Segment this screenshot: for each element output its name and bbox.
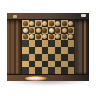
checker-piece bbox=[42, 34, 47, 39]
case-shadow bbox=[5, 79, 91, 85]
checker-piece bbox=[62, 34, 67, 39]
checkers-board bbox=[22, 20, 74, 74]
checker-piece bbox=[29, 34, 34, 39]
case-top-rail bbox=[7, 13, 89, 20]
checker-piece bbox=[29, 21, 34, 26]
checker-piece bbox=[68, 34, 73, 39]
checkers-case bbox=[7, 13, 89, 81]
checker-piece bbox=[62, 28, 67, 33]
checker-piece bbox=[23, 34, 28, 39]
checker-piece bbox=[55, 21, 60, 26]
checker-piece bbox=[23, 28, 28, 33]
case-left-panel bbox=[7, 20, 22, 74]
brass-latch-left-icon bbox=[13, 15, 17, 18]
checker-piece bbox=[68, 21, 73, 26]
brass-latch-right-icon bbox=[81, 14, 86, 17]
checker-piece bbox=[55, 28, 60, 33]
checker-piece bbox=[36, 28, 41, 33]
checker-piece bbox=[62, 21, 67, 26]
checker-piece bbox=[68, 28, 73, 33]
checker-piece bbox=[42, 21, 47, 26]
case-right-panel bbox=[74, 20, 89, 74]
checker-piece bbox=[42, 28, 47, 33]
checker-piece bbox=[36, 21, 41, 26]
checker-piece bbox=[49, 21, 54, 26]
photo-frame bbox=[0, 0, 96, 96]
checker-piece bbox=[29, 28, 34, 33]
checker-piece bbox=[55, 34, 60, 39]
checker-piece bbox=[49, 28, 54, 33]
checker-piece bbox=[49, 34, 54, 39]
checker-piece bbox=[36, 34, 41, 39]
checker-piece bbox=[23, 21, 28, 26]
